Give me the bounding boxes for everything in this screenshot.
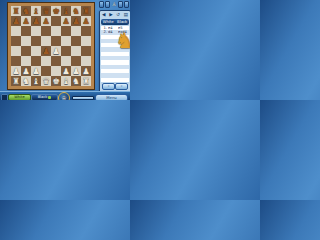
square-f2[interactable]: ♟ [61, 66, 71, 76]
square-g8[interactable]: ♞ [71, 6, 81, 16]
next-icon[interactable]: ▶ [109, 12, 112, 18]
piece-black-pawn[interactable]: ♟ [42, 16, 50, 26]
square-g5[interactable] [71, 36, 81, 46]
move-list[interactable]: 1.e4e52.d4exd4 [101, 26, 129, 82]
prev-icon[interactable]: ◀ [102, 12, 105, 18]
square-h3[interactable] [81, 56, 91, 66]
square-d5[interactable] [41, 36, 51, 46]
white-move [108, 78, 118, 82]
piece-white-pawn[interactable]: ♟ [52, 46, 60, 56]
square-f5[interactable] [61, 36, 71, 46]
square-e5[interactable] [51, 36, 61, 46]
piece-black-bishop[interactable]: ♝ [62, 6, 70, 16]
square-h7[interactable]: ♟ [81, 16, 91, 26]
square-a1[interactable]: ♜ [11, 76, 21, 86]
piece-white-pawn[interactable]: ♟ [72, 66, 80, 76]
square-d1[interactable]: ♛ [41, 76, 51, 86]
square-b1[interactable]: ♞ [21, 76, 31, 86]
square-d8[interactable]: ♛ [41, 6, 51, 16]
piece-white-pawn[interactable]: ♟ [22, 66, 30, 76]
white-column-label: White [103, 19, 114, 25]
square-a6[interactable] [11, 26, 21, 36]
piece-white-pawn[interactable]: ♟ [12, 66, 20, 76]
square-c6[interactable] [31, 26, 41, 36]
nav-back-button[interactable]: « [102, 83, 115, 90]
piece-black-pawn[interactable]: ♟ [12, 16, 20, 26]
square-d2[interactable] [41, 66, 51, 76]
square-b6[interactable] [21, 26, 31, 36]
square-e3[interactable] [51, 56, 61, 66]
square-b2[interactable]: ♟ [21, 66, 31, 76]
square-e2[interactable] [51, 66, 61, 76]
square-f1[interactable]: ♝ [61, 76, 71, 86]
reset-icon[interactable]: ↺ [116, 12, 120, 18]
square-a2[interactable]: ♟ [11, 66, 21, 76]
square-b4[interactable] [21, 46, 31, 56]
status-bar: White Black ♔ Menu [0, 91, 130, 100]
square-b7[interactable]: ♟ [21, 16, 31, 26]
piece-white-pawn[interactable]: ♟ [62, 66, 70, 76]
square-h2[interactable]: ♟ [81, 66, 91, 76]
piece-black-pawn[interactable]: ♟ [42, 46, 50, 56]
chessmaster-logo-button[interactable]: ♔ [58, 92, 70, 100]
piece-white-king[interactable]: ♚ [52, 76, 60, 86]
black-move [118, 78, 128, 82]
nav-forward-button[interactable]: » [115, 83, 128, 90]
panel-button-row: « » [100, 82, 130, 91]
square-c2[interactable]: ♟ [31, 66, 41, 76]
turn-pawn-icon: ♙ [111, 1, 117, 8]
move-list-panel: ◀ ▶ ↺ ▤ White Black 1.e4e52.d4exd4 ♞ « » [99, 10, 130, 94]
move-number [101, 78, 108, 82]
square-a4[interactable] [11, 46, 21, 56]
square-c3[interactable] [31, 56, 41, 66]
square-e1[interactable]: ♚ [51, 76, 61, 86]
move-row-13[interactable] [101, 78, 129, 82]
square-c8[interactable]: ♝ [31, 6, 41, 16]
square-e8[interactable]: ♚ [51, 6, 61, 16]
square-h6[interactable] [81, 26, 91, 36]
piece-black-pawn[interactable]: ♟ [32, 16, 40, 26]
white-player-pill[interactable]: White [8, 94, 31, 100]
move-list-header: White Black [101, 19, 129, 25]
square-e4[interactable]: ♟ [51, 46, 61, 56]
piece-white-bishop[interactable]: ♝ [62, 76, 70, 86]
square-h5[interactable] [81, 36, 91, 46]
square-d4[interactable]: ♟ [41, 46, 51, 56]
toolbar-button-1[interactable] [99, 1, 104, 8]
piece-white-pawn[interactable]: ♟ [82, 66, 90, 76]
piece-black-rook[interactable]: ♜ [12, 6, 20, 16]
square-b3[interactable] [21, 56, 31, 66]
square-a8[interactable]: ♜ [11, 6, 21, 16]
square-g1[interactable]: ♞ [71, 76, 81, 86]
piece-white-knight[interactable]: ♞ [72, 76, 80, 86]
piece-white-bishop[interactable]: ♝ [32, 76, 40, 86]
progress-slider[interactable] [72, 96, 94, 100]
square-d3[interactable] [41, 56, 51, 66]
square-c7[interactable]: ♟ [31, 16, 41, 26]
piece-black-bishop[interactable]: ♝ [32, 6, 40, 16]
piece-black-pawn[interactable]: ♟ [72, 16, 80, 26]
toolbar-button-2[interactable] [105, 1, 110, 8]
square-d7[interactable]: ♟ [41, 16, 51, 26]
square-h8[interactable]: ♜ [81, 6, 91, 16]
black-player-field[interactable]: Black [31, 94, 58, 100]
panel-icon-row: ◀ ▶ ↺ ▤ [100, 11, 130, 19]
square-a7[interactable]: ♟ [11, 16, 21, 26]
square-f6[interactable] [61, 26, 71, 36]
piece-white-knight[interactable]: ♞ [22, 76, 30, 86]
square-f7[interactable]: ♟ [61, 16, 71, 26]
square-b8[interactable]: ♞ [21, 6, 31, 16]
piece-black-king[interactable]: ♚ [52, 6, 60, 16]
square-h1[interactable]: ♜ [81, 76, 91, 86]
square-f8[interactable]: ♝ [61, 6, 71, 16]
square-g7[interactable]: ♟ [71, 16, 81, 26]
square-g3[interactable] [71, 56, 81, 66]
piece-black-pawn[interactable]: ♟ [62, 16, 70, 26]
piece-black-queen[interactable]: ♛ [42, 6, 50, 16]
list-icon[interactable]: ▤ [124, 12, 128, 18]
piece-white-pawn[interactable]: ♟ [32, 66, 40, 76]
chess-board-frame: ♜♞♝♛♚♝♞♜♟♟♟♟♟♟♟♟♟♟♟♟♟♟♟♜♞♝♛♚♝♞♜ [8, 3, 94, 89]
status-app-icon[interactable] [1, 94, 8, 100]
square-f4[interactable] [61, 46, 71, 56]
chess-board[interactable]: ♜♞♝♛♚♝♞♜♟♟♟♟♟♟♟♟♟♟♟♟♟♟♟♜♞♝♛♚♝♞♜ [11, 6, 91, 86]
piece-black-rook[interactable]: ♜ [82, 6, 90, 16]
piece-black-knight[interactable]: ♞ [22, 6, 30, 16]
square-g2[interactable]: ♟ [71, 66, 81, 76]
piece-white-rook[interactable]: ♜ [12, 76, 20, 86]
square-c4[interactable] [31, 46, 41, 56]
square-g4[interactable] [71, 46, 81, 56]
square-e6[interactable] [51, 26, 61, 36]
square-g6[interactable] [71, 26, 81, 36]
square-b5[interactable] [21, 36, 31, 46]
piece-black-pawn[interactable]: ♟ [82, 16, 90, 26]
toolbar-button-3[interactable] [118, 1, 123, 8]
square-a5[interactable] [11, 36, 21, 46]
piece-black-knight[interactable]: ♞ [72, 6, 80, 16]
square-h4[interactable] [81, 46, 91, 56]
black-player-label: Black [38, 95, 48, 99]
square-d6[interactable] [41, 26, 51, 36]
piece-white-queen[interactable]: ♛ [42, 76, 50, 86]
black-column-label: Black [117, 19, 127, 25]
piece-black-pawn[interactable]: ♟ [22, 16, 30, 26]
menu-button[interactable]: Menu [95, 94, 128, 100]
square-c5[interactable] [31, 36, 41, 46]
turn-indicator-dot [48, 96, 51, 99]
piece-white-rook[interactable]: ♜ [82, 76, 90, 86]
square-f3[interactable] [61, 56, 71, 66]
square-c1[interactable]: ♝ [31, 76, 41, 86]
square-e7[interactable] [51, 16, 61, 26]
square-a3[interactable] [11, 56, 21, 66]
window-toolbar: ♙ [99, 1, 129, 8]
toolbar-button-4[interactable] [124, 1, 129, 8]
